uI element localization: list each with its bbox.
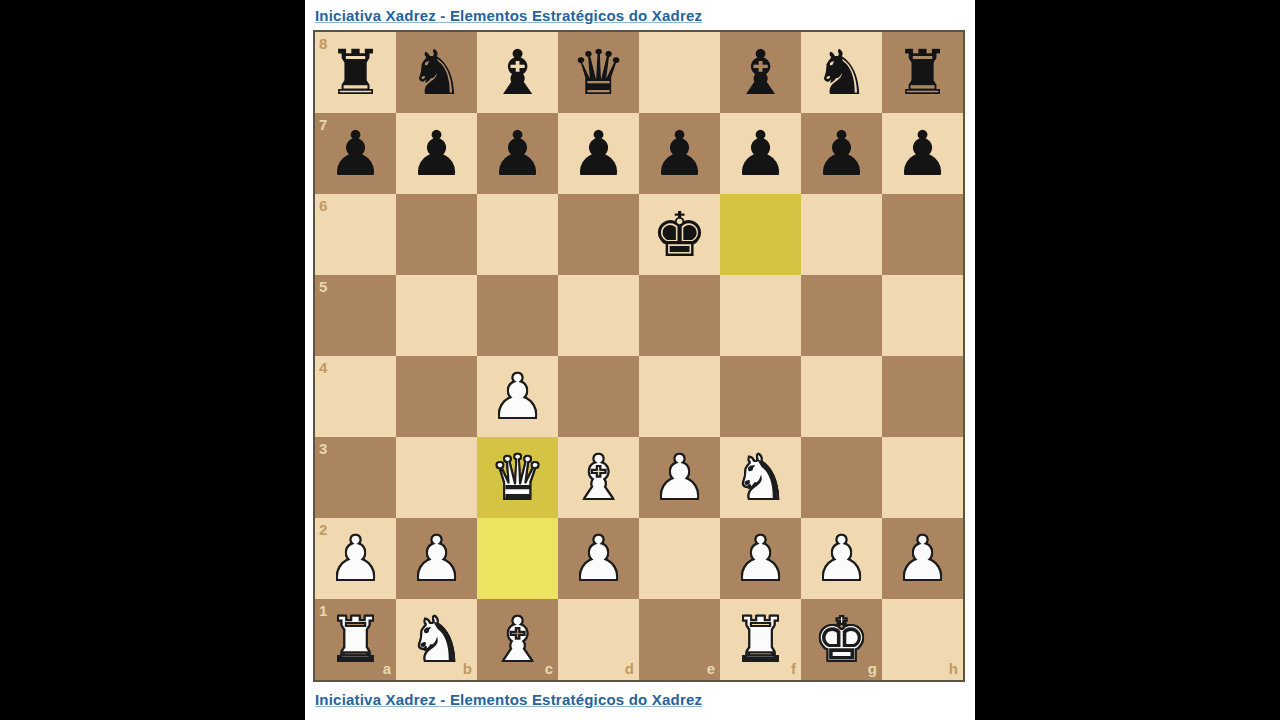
file-label-g: g	[868, 661, 877, 676]
square-g7[interactable]: ♟	[801, 113, 882, 194]
square-d7[interactable]: ♟	[558, 113, 639, 194]
piece-white-knight: ♞	[396, 599, 477, 680]
square-f3[interactable]: ♞	[720, 437, 801, 518]
piece-black-pawn: ♟	[315, 113, 396, 194]
piece-white-rook: ♜	[315, 599, 396, 680]
square-d3[interactable]: ♝	[558, 437, 639, 518]
square-e7[interactable]: ♟	[639, 113, 720, 194]
piece-black-pawn: ♟	[396, 113, 477, 194]
square-a3[interactable]: 3	[315, 437, 396, 518]
square-c1[interactable]: c♝	[477, 599, 558, 680]
square-e1[interactable]: e	[639, 599, 720, 680]
square-b1[interactable]: b♞	[396, 599, 477, 680]
square-a8[interactable]: 8♜	[315, 32, 396, 113]
piece-white-bishop: ♝	[558, 437, 639, 518]
piece-white-knight: ♞	[720, 437, 801, 518]
square-h2[interactable]: ♟	[882, 518, 963, 599]
square-e6[interactable]: ♚	[639, 194, 720, 275]
file-label-f: f	[791, 661, 796, 676]
letterboxed-stage: Iniciativa Xadrez - Elementos Estratégic…	[0, 0, 1280, 720]
square-f5[interactable]	[720, 275, 801, 356]
piece-black-pawn: ♟	[882, 113, 963, 194]
square-c4[interactable]: ♟	[477, 356, 558, 437]
square-e2[interactable]	[639, 518, 720, 599]
square-b8[interactable]: ♞	[396, 32, 477, 113]
square-e8[interactable]	[639, 32, 720, 113]
piece-black-knight: ♞	[396, 32, 477, 113]
piece-black-pawn: ♟	[558, 113, 639, 194]
square-b6[interactable]	[396, 194, 477, 275]
square-g8[interactable]: ♞	[801, 32, 882, 113]
piece-white-king: ♚	[801, 599, 882, 680]
piece-white-pawn: ♟	[396, 518, 477, 599]
square-a1[interactable]: 1a♜	[315, 599, 396, 680]
square-e5[interactable]	[639, 275, 720, 356]
top-title-link[interactable]: Iniciativa Xadrez - Elementos Estratégic…	[315, 7, 702, 24]
square-c5[interactable]	[477, 275, 558, 356]
piece-white-pawn: ♟	[720, 518, 801, 599]
rank-label-8: 8	[319, 36, 327, 51]
square-a2[interactable]: 2♟	[315, 518, 396, 599]
square-g6[interactable]	[801, 194, 882, 275]
square-h6[interactable]	[882, 194, 963, 275]
square-e3[interactable]: ♟	[639, 437, 720, 518]
square-h1[interactable]: h	[882, 599, 963, 680]
piece-white-pawn: ♟	[801, 518, 882, 599]
piece-black-pawn: ♟	[639, 113, 720, 194]
square-h8[interactable]: ♜	[882, 32, 963, 113]
square-h4[interactable]	[882, 356, 963, 437]
rank-label-6: 6	[319, 198, 327, 213]
piece-black-bishop: ♝	[477, 32, 558, 113]
square-d6[interactable]	[558, 194, 639, 275]
square-h5[interactable]	[882, 275, 963, 356]
piece-black-pawn: ♟	[801, 113, 882, 194]
piece-black-king: ♚	[639, 194, 720, 275]
board-frame: 8♜♞♝♛♝♞♜7♟♟♟♟♟♟♟♟6♚54♟3♛♝♟♞2♟♟♟♟♟♟1a♜b♞c…	[313, 30, 965, 682]
piece-black-rook: ♜	[882, 32, 963, 113]
piece-black-queen: ♛	[558, 32, 639, 113]
piece-black-pawn: ♟	[720, 113, 801, 194]
square-c6[interactable]	[477, 194, 558, 275]
square-e4[interactable]	[639, 356, 720, 437]
piece-white-bishop: ♝	[477, 599, 558, 680]
rank-label-4: 4	[319, 360, 327, 375]
file-label-b: b	[463, 661, 472, 676]
square-d2[interactable]: ♟	[558, 518, 639, 599]
square-h3[interactable]	[882, 437, 963, 518]
piece-white-pawn: ♟	[882, 518, 963, 599]
square-g5[interactable]	[801, 275, 882, 356]
file-label-h: h	[949, 661, 958, 676]
square-a4[interactable]: 4	[315, 356, 396, 437]
chess-board: 8♜♞♝♛♝♞♜7♟♟♟♟♟♟♟♟6♚54♟3♛♝♟♞2♟♟♟♟♟♟1a♜b♞c…	[315, 32, 963, 680]
piece-white-pawn: ♟	[639, 437, 720, 518]
square-a5[interactable]: 5	[315, 275, 396, 356]
square-f1[interactable]: f♜	[720, 599, 801, 680]
piece-white-pawn: ♟	[477, 356, 558, 437]
square-f2[interactable]: ♟	[720, 518, 801, 599]
square-b3[interactable]	[396, 437, 477, 518]
piece-white-pawn: ♟	[315, 518, 396, 599]
piece-black-knight: ♞	[801, 32, 882, 113]
square-d5[interactable]	[558, 275, 639, 356]
square-f6[interactable]	[720, 194, 801, 275]
square-f8[interactable]: ♝	[720, 32, 801, 113]
piece-black-bishop: ♝	[720, 32, 801, 113]
square-b2[interactable]: ♟	[396, 518, 477, 599]
rank-label-7: 7	[319, 117, 327, 132]
piece-black-pawn: ♟	[477, 113, 558, 194]
file-label-c: c	[545, 661, 553, 676]
square-d4[interactable]	[558, 356, 639, 437]
square-b7[interactable]: ♟	[396, 113, 477, 194]
square-c2[interactable]	[477, 518, 558, 599]
rank-label-3: 3	[319, 441, 327, 456]
rank-label-2: 2	[319, 522, 327, 537]
piece-black-rook: ♜	[315, 32, 396, 113]
file-label-e: e	[707, 661, 715, 676]
square-b4[interactable]	[396, 356, 477, 437]
rank-label-5: 5	[319, 279, 327, 294]
square-b5[interactable]	[396, 275, 477, 356]
piece-white-pawn: ♟	[558, 518, 639, 599]
square-c3[interactable]: ♛	[477, 437, 558, 518]
top-title-bar: Iniciativa Xadrez - Elementos Estratégic…	[305, 0, 975, 30]
square-a7[interactable]: 7♟	[315, 113, 396, 194]
bottom-title-bar: Iniciativa Xadrez - Elementos Estratégic…	[305, 682, 975, 720]
square-f7[interactable]: ♟	[720, 113, 801, 194]
bottom-title-link[interactable]: Iniciativa Xadrez - Elementos Estratégic…	[315, 691, 702, 708]
square-g3[interactable]	[801, 437, 882, 518]
file-label-a: a	[383, 661, 391, 676]
square-d1[interactable]: d	[558, 599, 639, 680]
piece-white-queen: ♛	[477, 437, 558, 518]
square-f4[interactable]	[720, 356, 801, 437]
page-content: Iniciativa Xadrez - Elementos Estratégic…	[305, 0, 975, 720]
square-c7[interactable]: ♟	[477, 113, 558, 194]
square-g2[interactable]: ♟	[801, 518, 882, 599]
square-g4[interactable]	[801, 356, 882, 437]
rank-label-1: 1	[319, 603, 327, 618]
piece-white-rook: ♜	[720, 599, 801, 680]
square-h7[interactable]: ♟	[882, 113, 963, 194]
square-d8[interactable]: ♛	[558, 32, 639, 113]
square-g1[interactable]: g♚	[801, 599, 882, 680]
file-label-d: d	[625, 661, 634, 676]
square-a6[interactable]: 6	[315, 194, 396, 275]
square-c8[interactable]: ♝	[477, 32, 558, 113]
